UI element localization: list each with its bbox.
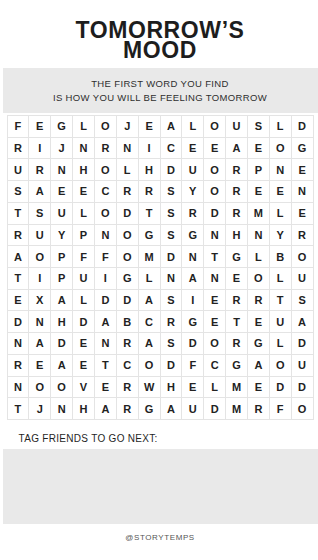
grid-cell-r2c12: E (248, 138, 270, 160)
grid-cell-r4c14: N (292, 181, 314, 203)
grid-cell-r11c6: R (117, 333, 139, 355)
grid-cell-r12c7: O (139, 355, 161, 377)
grid-cell-r6c2: U (29, 225, 51, 247)
grid-cell-r11c2: A (29, 333, 51, 355)
grid-cell-r2c6: N (117, 138, 139, 160)
grid-cell-r7c3: P (51, 246, 73, 268)
grid-cell-r8c11: E (226, 268, 248, 290)
grid-cell-r6c14: R (292, 225, 314, 247)
grid-cell-r6c8: S (161, 225, 183, 247)
grid-cell-r13c5: E (95, 377, 117, 399)
grid-cell-r13c9: E (182, 377, 204, 399)
grid-cell-r2c11: A (226, 138, 248, 160)
grid-cell-r2c1: R (8, 138, 30, 160)
footer-handle: @STORYTEMPS (3, 533, 318, 542)
grid-cell-r8c8: N (161, 268, 183, 290)
grid-cell-r14c12: R (248, 398, 270, 420)
grid-cell-r5c8: S (161, 203, 183, 225)
grid-cell-r11c3: D (51, 333, 73, 355)
grid-cell-r9c1: E (8, 290, 30, 312)
grid-cell-r6c7: G (139, 225, 161, 247)
grid-cell-r13c7: W (139, 377, 161, 399)
grid-cell-r13c1: N (8, 377, 30, 399)
grid-cell-r13c4: V (73, 377, 95, 399)
grid-cell-r10c10: E (204, 311, 226, 333)
grid-cell-r12c4: E (73, 355, 95, 377)
grid-cell-r4c12: E (248, 181, 270, 203)
grid-cell-r11c8: S (161, 333, 183, 355)
grid-cell-r2c4: N (73, 138, 95, 160)
grid-cell-r1c7: E (139, 116, 161, 138)
grid-cell-r6c10: N (204, 225, 226, 247)
grid-cell-r3c14: E (292, 159, 314, 181)
grid-cell-r10c6: B (117, 311, 139, 333)
grid-cell-r8c7: L (139, 268, 161, 290)
grid-cell-r9c2: X (29, 290, 51, 312)
grid-cell-r12c8: D (161, 355, 183, 377)
grid-cell-r5c12: M (248, 203, 270, 225)
grid-cell-r1c11: U (226, 116, 248, 138)
grid-cell-r3c6: L (117, 159, 139, 181)
grid-cell-r7c6: O (117, 246, 139, 268)
grid-cell-r3c9: U (182, 159, 204, 181)
grid-cell-r12c12: A (248, 355, 270, 377)
tag-friends-area (3, 449, 318, 524)
grid-cell-r1c2: E (29, 116, 51, 138)
grid-cell-r10c4: D (73, 311, 95, 333)
grid-cell-r14c4: H (73, 398, 95, 420)
grid-cell-r4c10: O (204, 181, 226, 203)
grid-cell-r9c8: S (161, 290, 183, 312)
grid-cell-r4c11: R (226, 181, 248, 203)
grid-cell-r2c5: R (95, 138, 117, 160)
grid-cell-r2c14: G (292, 138, 314, 160)
grid-cell-r13c8: H (161, 377, 183, 399)
grid-cell-r14c9: U (182, 398, 204, 420)
grid-cell-r9c6: D (117, 290, 139, 312)
grid-cell-r2c13: O (270, 138, 292, 160)
grid-cell-r12c6: C (117, 355, 139, 377)
grid-cell-r8c3: P (51, 268, 73, 290)
grid-cell-r3c10: O (204, 159, 226, 181)
grid-cell-r1c8: A (161, 116, 183, 138)
grid-cell-r3c2: R (29, 159, 51, 181)
grid-cell-r3c1: U (8, 159, 30, 181)
grid-cell-r12c11: G (226, 355, 248, 377)
grid-cell-r10c13: U (270, 311, 292, 333)
grid-cell-r11c13: L (270, 333, 292, 355)
grid-cell-r14c1: T (8, 398, 30, 420)
grid-cell-r3c13: N (270, 159, 292, 181)
grid-cell-r9c4: L (73, 290, 95, 312)
grid-cell-r1c6: J (117, 116, 139, 138)
grid-cell-r11c12: G (248, 333, 270, 355)
grid-cell-r8c1: T (8, 268, 30, 290)
grid-cell-r10c3: H (51, 311, 73, 333)
grid-cell-r14c6: R (117, 398, 139, 420)
grid-cell-r7c12: L (248, 246, 270, 268)
grid-cell-r5c2: S (29, 203, 51, 225)
grid-cell-r14c14: O (292, 398, 314, 420)
grid-cell-r3c5: O (95, 159, 117, 181)
grid-cell-r13c2: O (29, 377, 51, 399)
grid-cell-r10c9: G (182, 311, 204, 333)
grid-cell-r2c2: I (29, 138, 51, 160)
story-template: TOMORROW’S MOOD THE FIRST WORD YOU FIND … (3, 0, 318, 560)
grid-cell-r7c9: N (182, 246, 204, 268)
grid-cell-r2c8: C (161, 138, 183, 160)
grid-cell-r13c10: L (204, 377, 226, 399)
grid-cell-r11c7: A (139, 333, 161, 355)
tag-friends-prompt: TAG FRIENDS TO GO NEXT: (19, 433, 318, 444)
grid-cell-r2c10: E (204, 138, 226, 160)
grid-cell-r1c4: L (73, 116, 95, 138)
grid-cell-r1c5: O (95, 116, 117, 138)
grid-cell-r9c12: R (248, 290, 270, 312)
grid-cell-r8c12: O (248, 268, 270, 290)
grid-cell-r6c3: Y (51, 225, 73, 247)
subtitle-line2: IS HOW YOU WILL BE FEELING TOMORROW (53, 92, 267, 103)
grid-cell-r5c11: R (226, 203, 248, 225)
grid-cell-r8c5: I (95, 268, 117, 290)
grid-cell-r9c9: I (182, 290, 204, 312)
grid-cell-r11c14: D (292, 333, 314, 355)
grid-cell-r10c5: A (95, 311, 117, 333)
grid-cell-r9c14: S (292, 290, 314, 312)
grid-cell-r8c9: A (182, 268, 204, 290)
grid-cell-r7c8: D (161, 246, 183, 268)
subtitle-band: THE FIRST WORD YOU FIND IS HOW YOU WILL … (3, 68, 318, 113)
grid-cell-r6c12: N (248, 225, 270, 247)
grid-cell-r4c3: E (51, 181, 73, 203)
grid-cell-r12c3: A (51, 355, 73, 377)
grid-cell-r14c11: M (226, 398, 248, 420)
grid-cell-r10c12: E (248, 311, 270, 333)
grid-cell-r5c3: U (51, 203, 73, 225)
grid-cell-r2c3: J (51, 138, 73, 160)
grid-cell-r6c5: N (95, 225, 117, 247)
grid-cell-r9c10: E (204, 290, 226, 312)
grid-cell-r14c10: D (204, 398, 226, 420)
grid-cell-r13c13: D (270, 377, 292, 399)
grid-cell-r12c14: U (292, 355, 314, 377)
grid-cell-r7c11: G (226, 246, 248, 268)
grid-cell-r10c1: D (8, 311, 30, 333)
grid-cell-r12c13: O (270, 355, 292, 377)
grid-cell-r7c14: O (292, 246, 314, 268)
grid-cell-r11c4: E (73, 333, 95, 355)
grid-cell-r13c12: E (248, 377, 270, 399)
grid-cell-r2c7: I (139, 138, 161, 160)
grid-cell-r5c7: T (139, 203, 161, 225)
grid-cell-r5c13: L (270, 203, 292, 225)
grid-cell-r1c12: S (248, 116, 270, 138)
grid-cell-r7c10: T (204, 246, 226, 268)
grid-cell-r9c13: T (270, 290, 292, 312)
grid-cell-r3c12: P (248, 159, 270, 181)
page-title: TOMORROW’S MOOD (3, 0, 318, 60)
grid-cell-r5c10: D (204, 203, 226, 225)
grid-cell-r4c7: R (139, 181, 161, 203)
grid-cell-r8c4: U (73, 268, 95, 290)
grid-cell-r12c10: C (204, 355, 226, 377)
grid-cell-r10c14: A (292, 311, 314, 333)
grid-cell-r5c1: T (8, 203, 30, 225)
subtitle-line1: THE FIRST WORD YOU FIND (91, 78, 229, 89)
grid-cell-r11c5: N (95, 333, 117, 355)
grid-cell-r14c5: A (95, 398, 117, 420)
grid-cell-r4c1: S (8, 181, 30, 203)
grid-cell-r6c1: R (8, 225, 30, 247)
grid-cell-r10c8: R (161, 311, 183, 333)
grid-cell-r3c11: R (226, 159, 248, 181)
grid-cell-r4c9: Y (182, 181, 204, 203)
grid-cell-r1c14: D (292, 116, 314, 138)
grid-cell-r5c14: E (292, 203, 314, 225)
grid-cell-r7c2: O (29, 246, 51, 268)
title-line2: MOOD (3, 40, 318, 60)
grid-cell-r1c13: L (270, 116, 292, 138)
grid-cell-r6c13: Y (270, 225, 292, 247)
grid-cell-r14c7: G (139, 398, 161, 420)
grid-cell-r4c6: R (117, 181, 139, 203)
grid-cell-r14c3: N (51, 398, 73, 420)
grid-cell-r11c10: O (204, 333, 226, 355)
grid-cell-r14c13: F (270, 398, 292, 420)
grid-cell-r9c5: D (95, 290, 117, 312)
grid-cell-r13c3: O (51, 377, 73, 399)
grid-cell-r14c2: J (29, 398, 51, 420)
grid-cell-r8c2: I (29, 268, 51, 290)
grid-cell-r8c14: U (292, 268, 314, 290)
grid-cell-r11c1: N (8, 333, 30, 355)
grid-cell-r13c6: R (117, 377, 139, 399)
grid-cell-r7c7: M (139, 246, 161, 268)
grid-cell-r4c8: S (161, 181, 183, 203)
grid-cell-r6c11: H (226, 225, 248, 247)
grid-cell-r8c6: G (117, 268, 139, 290)
grid-cell-r1c1: F (8, 116, 30, 138)
grid-cell-r3c3: N (51, 159, 73, 181)
grid-cell-r7c4: F (73, 246, 95, 268)
grid-cell-r6c4: P (73, 225, 95, 247)
grid-cell-r14c8: A (161, 398, 183, 420)
grid-cell-r9c3: A (51, 290, 73, 312)
grid-cell-r7c1: A (8, 246, 30, 268)
grid-cell-r4c2: A (29, 181, 51, 203)
grid-cell-r10c7: C (139, 311, 161, 333)
grid-cell-r9c11: R (226, 290, 248, 312)
grid-cell-r5c5: O (95, 203, 117, 225)
grid-cell-r1c10: O (204, 116, 226, 138)
grid-cell-r5c9: R (182, 203, 204, 225)
grid-cell-r10c11: T (226, 311, 248, 333)
grid-cell-r7c5: F (95, 246, 117, 268)
grid-cell-r12c1: R (8, 355, 30, 377)
grid-cell-r4c4: E (73, 181, 95, 203)
grid-cell-r8c10: N (204, 268, 226, 290)
grid-cell-r4c5: C (95, 181, 117, 203)
grid-cell-r4c13: E (270, 181, 292, 203)
grid-cell-r13c14: D (292, 377, 314, 399)
grid-cell-r7c13: B (270, 246, 292, 268)
grid-cell-r6c6: O (117, 225, 139, 247)
grid-cell-r3c7: H (139, 159, 161, 181)
grid-cell-r12c5: T (95, 355, 117, 377)
grid-cell-r6c9: G (182, 225, 204, 247)
grid-cell-r3c4: H (73, 159, 95, 181)
grid-cell-r12c2: E (29, 355, 51, 377)
grid-cell-r2c9: E (182, 138, 204, 160)
grid-cell-r1c3: G (51, 116, 73, 138)
grid-cell-r5c6: D (117, 203, 139, 225)
grid-cell-r5c4: L (73, 203, 95, 225)
grid-cell-r12c9: F (182, 355, 204, 377)
grid-cell-r11c9: D (182, 333, 204, 355)
word-search-grid: FEGLOJEALOUSLDRIJNRNICEEAEOGURNHOLHDUORP… (7, 115, 314, 420)
grid-cell-r1c9: L (182, 116, 204, 138)
grid-cell-r8c13: L (270, 268, 292, 290)
grid-cell-r11c11: R (226, 333, 248, 355)
grid-cell-r13c11: M (226, 377, 248, 399)
grid-cell-r9c7: A (139, 290, 161, 312)
grid-cell-r3c8: D (161, 159, 183, 181)
grid-cell-r10c2: N (29, 311, 51, 333)
